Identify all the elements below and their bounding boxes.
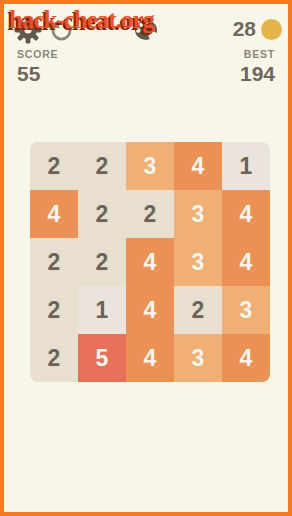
score-label: SCORE xyxy=(17,48,58,60)
theme-palette-button[interactable] xyxy=(132,15,160,43)
game-board: 2234142234224342142325434 xyxy=(30,142,270,382)
tile-r3-c3[interactable]: 4 xyxy=(126,238,174,286)
tile-r1-c5[interactable]: 1 xyxy=(222,142,270,190)
tile-r1-c4[interactable]: 4 xyxy=(174,142,222,190)
best-label: BEST xyxy=(240,48,275,60)
palette-icon xyxy=(132,31,160,46)
undo-icon xyxy=(49,30,74,45)
tile-r4-c1[interactable]: 2 xyxy=(30,286,78,334)
tile-r1-c1[interactable]: 2 xyxy=(30,142,78,190)
tile-r3-c2[interactable]: 2 xyxy=(78,238,126,286)
tile-r5-c3[interactable]: 4 xyxy=(126,334,174,382)
tile-r5-c2[interactable]: 5 xyxy=(78,334,126,382)
settings-button[interactable] xyxy=(14,16,42,44)
score-panel: SCORE 55 xyxy=(17,48,58,86)
tile-r2-c2[interactable]: 2 xyxy=(78,190,126,238)
tile-r4-c2[interactable]: 1 xyxy=(78,286,126,334)
score-value: 55 xyxy=(17,62,58,86)
undo-button[interactable] xyxy=(49,17,74,42)
tile-r4-c3[interactable]: 4 xyxy=(126,286,174,334)
app-window: hack-cheat.org xyxy=(0,0,292,516)
tile-r2-c5[interactable]: 4 xyxy=(222,190,270,238)
gear-icon xyxy=(14,32,42,47)
coin-counter[interactable]: 28 xyxy=(233,17,282,41)
tile-r1-c2[interactable]: 2 xyxy=(78,142,126,190)
tile-r1-c3[interactable]: 3 xyxy=(126,142,174,190)
tile-r5-c1[interactable]: 2 xyxy=(30,334,78,382)
tile-r3-c4[interactable]: 3 xyxy=(174,238,222,286)
best-value: 194 xyxy=(240,62,275,86)
tile-r3-c5[interactable]: 4 xyxy=(222,238,270,286)
best-panel: BEST 194 xyxy=(240,48,275,86)
top-toolbar: 28 xyxy=(4,4,288,52)
tile-r5-c5[interactable]: 4 xyxy=(222,334,270,382)
tile-r5-c4[interactable]: 3 xyxy=(174,334,222,382)
tile-r4-c5[interactable]: 3 xyxy=(222,286,270,334)
tile-r2-c1[interactable]: 4 xyxy=(30,190,78,238)
tile-r4-c4[interactable]: 2 xyxy=(174,286,222,334)
tile-r2-c3[interactable]: 2 xyxy=(126,190,174,238)
coin-count: 28 xyxy=(233,17,256,41)
tile-r3-c1[interactable]: 2 xyxy=(30,238,78,286)
coin-icon xyxy=(261,19,282,40)
tile-r2-c4[interactable]: 3 xyxy=(174,190,222,238)
scoreboard: SCORE 55 BEST 194 xyxy=(17,48,275,86)
